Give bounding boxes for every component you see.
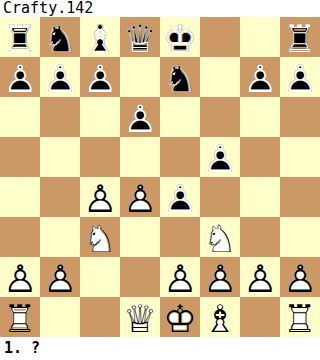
- square-d4[interactable]: ♟♙: [120, 177, 160, 217]
- piece-outline-glyph: ♙: [240, 257, 280, 297]
- square-f7[interactable]: [200, 57, 240, 97]
- piece-white-pawn[interactable]: ♟♙: [240, 257, 280, 297]
- square-a5[interactable]: [0, 137, 40, 177]
- square-e2[interactable]: ♟♙: [160, 257, 200, 297]
- square-h5[interactable]: [280, 137, 320, 177]
- square-c4[interactable]: ♟♙: [80, 177, 120, 217]
- square-a8[interactable]: ♜♖: [0, 17, 40, 57]
- square-a6[interactable]: [0, 97, 40, 137]
- piece-outline-glyph: ♙: [80, 177, 120, 217]
- square-a4[interactable]: [0, 177, 40, 217]
- window-title: Crafty.142: [0, 0, 320, 17]
- square-e6[interactable]: [160, 97, 200, 137]
- square-h2[interactable]: ♟♙: [280, 257, 320, 297]
- square-h7[interactable]: ♟♙: [280, 57, 320, 97]
- piece-white-pawn[interactable]: ♟♙: [160, 257, 200, 297]
- piece-black-king[interactable]: ♚♔: [160, 17, 200, 57]
- square-f5[interactable]: ♟♙: [200, 137, 240, 177]
- piece-black-pawn[interactable]: ♟♙: [160, 177, 200, 217]
- piece-outline-glyph: ♙: [200, 137, 240, 177]
- piece-outline-glyph: ♖: [0, 297, 40, 337]
- piece-outline-glyph: ♙: [200, 257, 240, 297]
- piece-black-pawn[interactable]: ♟♙: [0, 57, 40, 97]
- piece-outline-glyph: ♙: [0, 257, 40, 297]
- piece-black-pawn[interactable]: ♟♙: [80, 57, 120, 97]
- square-c5[interactable]: [80, 137, 120, 177]
- square-c7[interactable]: ♟♙: [80, 57, 120, 97]
- piece-black-queen[interactable]: ♛♕: [120, 17, 160, 57]
- square-c8[interactable]: ♝♗: [80, 17, 120, 57]
- square-g2[interactable]: ♟♙: [240, 257, 280, 297]
- square-g3[interactable]: [240, 217, 280, 257]
- piece-black-bishop[interactable]: ♝♗: [80, 17, 120, 57]
- square-d8[interactable]: ♛♕: [120, 17, 160, 57]
- piece-outline-glyph: ♘: [200, 217, 240, 257]
- square-e3[interactable]: [160, 217, 200, 257]
- square-h6[interactable]: [280, 97, 320, 137]
- crafty-game-window: Crafty.142 ♜♖♞♘♝♗♛♕♚♔♜♖♟♙♟♙♟♙♞♘♟♙♟♙♟♙♟♙♟…: [0, 0, 320, 360]
- square-e4[interactable]: ♟♙: [160, 177, 200, 217]
- piece-outline-glyph: ♙: [160, 257, 200, 297]
- chess-board: ♜♖♞♘♝♗♛♕♚♔♜♖♟♙♟♙♟♙♞♘♟♙♟♙♟♙♟♙♟♙♟♙♟♙♞♘♞♘♟♙…: [0, 17, 320, 337]
- square-f3[interactable]: ♞♘: [200, 217, 240, 257]
- piece-outline-glyph: ♙: [280, 257, 320, 297]
- piece-white-pawn[interactable]: ♟♙: [120, 177, 160, 217]
- square-b5[interactable]: [40, 137, 80, 177]
- square-b4[interactable]: [40, 177, 80, 217]
- move-prompt: 1. ?: [0, 337, 320, 360]
- piece-outline-glyph: ♙: [40, 57, 80, 97]
- piece-black-pawn[interactable]: ♟♙: [200, 137, 240, 177]
- piece-white-pawn[interactable]: ♟♙: [280, 257, 320, 297]
- piece-black-rook[interactable]: ♜♖: [0, 17, 40, 57]
- square-d3[interactable]: [120, 217, 160, 257]
- square-f6[interactable]: [200, 97, 240, 137]
- piece-outline-glyph: ♙: [40, 257, 80, 297]
- piece-black-rook[interactable]: ♜♖: [280, 17, 320, 57]
- piece-outline-glyph: ♙: [160, 177, 200, 217]
- square-b1[interactable]: [40, 297, 80, 337]
- square-a1[interactable]: ♜♖: [0, 297, 40, 337]
- square-c3[interactable]: ♞♘: [80, 217, 120, 257]
- piece-white-rook[interactable]: ♜♖: [280, 297, 320, 337]
- square-f1[interactable]: ♝♗: [200, 297, 240, 337]
- piece-white-pawn[interactable]: ♟♙: [200, 257, 240, 297]
- piece-outline-glyph: ♔: [160, 17, 200, 57]
- square-g7[interactable]: ♟♙: [240, 57, 280, 97]
- square-c1[interactable]: [80, 297, 120, 337]
- square-b3[interactable]: [40, 217, 80, 257]
- square-f2[interactable]: ♟♙: [200, 257, 240, 297]
- piece-white-king[interactable]: ♚♔: [160, 297, 200, 337]
- square-f8[interactable]: [200, 17, 240, 57]
- square-h8[interactable]: ♜♖: [280, 17, 320, 57]
- piece-black-knight[interactable]: ♞♘: [160, 57, 200, 97]
- square-e1[interactable]: ♚♔: [160, 297, 200, 337]
- piece-white-queen[interactable]: ♛♕: [120, 297, 160, 337]
- square-h1[interactable]: ♜♖: [280, 297, 320, 337]
- square-d7[interactable]: [120, 57, 160, 97]
- square-b8[interactable]: ♞♘: [40, 17, 80, 57]
- piece-outline-glyph: ♗: [80, 17, 120, 57]
- square-g5[interactable]: [240, 137, 280, 177]
- square-a2[interactable]: ♟♙: [0, 257, 40, 297]
- piece-outline-glyph: ♘: [80, 217, 120, 257]
- square-b2[interactable]: ♟♙: [40, 257, 80, 297]
- square-d5[interactable]: [120, 137, 160, 177]
- piece-outline-glyph: ♙: [240, 57, 280, 97]
- square-f4[interactable]: [200, 177, 240, 217]
- piece-black-pawn[interactable]: ♟♙: [120, 97, 160, 137]
- piece-outline-glyph: ♗: [200, 297, 240, 337]
- square-g1[interactable]: [240, 297, 280, 337]
- piece-white-pawn[interactable]: ♟♙: [80, 177, 120, 217]
- piece-outline-glyph: ♔: [160, 297, 200, 337]
- square-e8[interactable]: ♚♔: [160, 17, 200, 57]
- piece-black-pawn[interactable]: ♟♙: [280, 57, 320, 97]
- piece-outline-glyph: ♙: [80, 57, 120, 97]
- piece-black-pawn[interactable]: ♟♙: [40, 57, 80, 97]
- piece-outline-glyph: ♖: [0, 17, 40, 57]
- piece-outline-glyph: ♕: [120, 297, 160, 337]
- square-e5[interactable]: [160, 137, 200, 177]
- piece-black-pawn[interactable]: ♟♙: [240, 57, 280, 97]
- square-g6[interactable]: [240, 97, 280, 137]
- piece-outline-glyph: ♕: [120, 17, 160, 57]
- square-h4[interactable]: [280, 177, 320, 217]
- square-b7[interactable]: ♟♙: [40, 57, 80, 97]
- square-h3[interactable]: [280, 217, 320, 257]
- square-b6[interactable]: [40, 97, 80, 137]
- piece-white-knight[interactable]: ♞♘: [200, 217, 240, 257]
- piece-black-knight[interactable]: ♞♘: [40, 17, 80, 57]
- square-g4[interactable]: [240, 177, 280, 217]
- square-g8[interactable]: [240, 17, 280, 57]
- piece-outline-glyph: ♖: [280, 297, 320, 337]
- piece-outline-glyph: ♘: [40, 17, 80, 57]
- square-d1[interactable]: ♛♕: [120, 297, 160, 337]
- piece-white-bishop[interactable]: ♝♗: [200, 297, 240, 337]
- piece-white-pawn[interactable]: ♟♙: [40, 257, 80, 297]
- piece-outline-glyph: ♙: [120, 177, 160, 217]
- square-e7[interactable]: ♞♘: [160, 57, 200, 97]
- piece-white-pawn[interactable]: ♟♙: [0, 257, 40, 297]
- piece-outline-glyph: ♙: [0, 57, 40, 97]
- piece-white-rook[interactable]: ♜♖: [0, 297, 40, 337]
- square-c2[interactable]: [80, 257, 120, 297]
- piece-outline-glyph: ♖: [280, 17, 320, 57]
- piece-white-knight[interactable]: ♞♘: [80, 217, 120, 257]
- piece-outline-glyph: ♙: [120, 97, 160, 137]
- piece-outline-glyph: ♙: [280, 57, 320, 97]
- square-a7[interactable]: ♟♙: [0, 57, 40, 97]
- piece-outline-glyph: ♘: [160, 57, 200, 97]
- square-d2[interactable]: [120, 257, 160, 297]
- square-c6[interactable]: [80, 97, 120, 137]
- square-a3[interactable]: [0, 217, 40, 257]
- square-d6[interactable]: ♟♙: [120, 97, 160, 137]
